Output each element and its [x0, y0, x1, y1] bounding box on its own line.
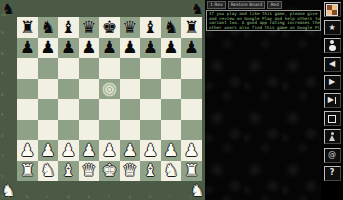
- white-bishop: ♝: [61, 162, 76, 179]
- white-rook: ♜: [20, 162, 35, 179]
- white-pawn: ♟: [163, 142, 178, 159]
- black-bishop: ♝: [61, 19, 76, 36]
- side-panel: 1 Rev Restore Board Red If you play and …: [205, 0, 321, 200]
- step-back-button[interactable]: ◀: [324, 57, 341, 72]
- white-pawn: ♟: [61, 142, 76, 159]
- contact-button[interactable]: @: [324, 148, 341, 163]
- white-knight: ♞: [190, 183, 204, 199]
- white-pawn: ♟: [143, 142, 158, 159]
- board-grid: ♞♞♜♞♝♛♚♛♝♞♜♟♟♟♟♟♟♟♟♟♟♟♟♟♟♟♟♟♟♜♞♝♛♚♛♝♞♜♞♞: [0, 0, 205, 200]
- black-knight: ♞: [40, 19, 55, 36]
- black-pawn: ♟: [20, 39, 35, 56]
- square[interactable]: [161, 79, 182, 100]
- black-pawn: ♟: [40, 39, 55, 56]
- square[interactable]: ♟: [120, 38, 141, 59]
- square[interactable]: ♛: [79, 17, 100, 38]
- square[interactable]: ♝: [140, 161, 161, 182]
- square[interactable]: [140, 120, 161, 141]
- square[interactable]: [17, 120, 38, 141]
- board-view-button[interactable]: [324, 2, 341, 17]
- square[interactable]: ♛: [79, 161, 100, 182]
- stop-button[interactable]: [324, 111, 341, 126]
- square[interactable]: [99, 58, 120, 79]
- square[interactable]: ♞: [38, 17, 59, 38]
- rank-label: 10: [1, 13, 6, 17]
- rank-label: 3: [1, 154, 4, 158]
- square[interactable]: [161, 0, 182, 17]
- square[interactable]: [38, 79, 59, 100]
- black-pawn: ♟: [102, 39, 117, 56]
- square[interactable]: [140, 79, 161, 100]
- square[interactable]: ♛: [120, 17, 141, 38]
- square[interactable]: [79, 79, 100, 100]
- black-pawn: ♟: [81, 39, 96, 56]
- square[interactable]: [79, 99, 100, 120]
- white-pawn: ♟: [20, 142, 35, 159]
- black-rook: ♜: [184, 19, 199, 36]
- favorite-button[interactable]: ★: [324, 20, 341, 35]
- white-pawn: ♟: [184, 142, 199, 159]
- black-bishop: ♝: [143, 19, 158, 36]
- file-label: c: [47, 195, 49, 199]
- square[interactable]: [161, 99, 182, 120]
- square[interactable]: ♜: [17, 161, 38, 182]
- square[interactable]: [38, 99, 59, 120]
- square[interactable]: ♟: [181, 38, 202, 59]
- square[interactable]: [120, 58, 141, 79]
- file-label: h: [149, 195, 152, 199]
- square[interactable]: ♟: [181, 140, 202, 161]
- pieces-button[interactable]: [324, 38, 341, 53]
- square[interactable]: ♟: [17, 38, 38, 59]
- arrow-right-icon: ▶: [329, 78, 335, 86]
- rank-label: 1: [1, 195, 4, 199]
- square[interactable]: [181, 58, 202, 79]
- toolbar-button-restore-board[interactable]: Restore Board: [228, 1, 266, 9]
- white-queen: ♛: [81, 162, 96, 179]
- square[interactable]: ♝: [58, 17, 79, 38]
- white-knight: ♞: [163, 162, 178, 179]
- square[interactable]: [181, 120, 202, 141]
- square[interactable]: ♟: [140, 38, 161, 59]
- toolbar-button-red[interactable]: Red: [267, 1, 282, 9]
- help-button[interactable]: ?: [324, 166, 341, 181]
- square[interactable]: [79, 0, 100, 17]
- player-button[interactable]: [324, 129, 341, 144]
- file-label: b: [26, 195, 29, 199]
- square[interactable]: [99, 120, 120, 141]
- square[interactable]: [140, 58, 161, 79]
- mini-chessboard-icon: [326, 4, 338, 16]
- message-line: other users also find this game on Googl…: [209, 26, 319, 31]
- star-icon: ★: [328, 24, 335, 32]
- white-pawn: ♟: [122, 142, 137, 159]
- square[interactable]: ♟: [161, 38, 182, 59]
- square[interactable]: [17, 79, 38, 100]
- square[interactable]: [38, 58, 59, 79]
- black-king: ♚: [102, 19, 117, 36]
- white-pawn: ♟: [40, 142, 55, 159]
- square[interactable]: ♟: [58, 38, 79, 59]
- white-queen: ♛: [122, 162, 137, 179]
- black-pawn: ♟: [143, 39, 158, 56]
- square[interactable]: [58, 99, 79, 120]
- rank-label: 2: [1, 175, 4, 179]
- square[interactable]: [79, 58, 100, 79]
- square[interactable]: ♟: [38, 38, 59, 59]
- square[interactable]: [58, 58, 79, 79]
- square[interactable]: [161, 120, 182, 141]
- toolbar-button-rev[interactable]: 1 Rev: [207, 1, 226, 9]
- square[interactable]: [38, 120, 59, 141]
- black-queen: ♛: [122, 19, 137, 36]
- square[interactable]: ♟: [38, 140, 59, 161]
- square[interactable]: [79, 120, 100, 141]
- square[interactable]: ♟: [99, 38, 120, 59]
- square[interactable]: ♚: [99, 17, 120, 38]
- file-label: d: [67, 195, 70, 199]
- file-label: a: [7, 195, 9, 199]
- square[interactable]: ♟: [120, 140, 141, 161]
- square[interactable]: [58, 0, 79, 17]
- square[interactable]: ♝: [140, 17, 161, 38]
- stacked-discs-icon: [328, 40, 336, 51]
- chess-board: ♞♞♜♞♝♛♚♛♝♞♜♟♟♟♟♟♟♟♟♟♟♟♟♟♟♟♟♟♟♜♞♝♛♚♛♝♞♜♞♞…: [0, 0, 205, 200]
- square[interactable]: [99, 0, 120, 17]
- rank-label: 4: [1, 134, 4, 138]
- rank-label: 9: [1, 31, 4, 35]
- square[interactable]: [58, 120, 79, 141]
- square[interactable]: [120, 99, 141, 120]
- square[interactable]: [38, 0, 59, 17]
- side-toolbar: ★ ◀ ▶ ▶ @ ?: [321, 0, 343, 200]
- square[interactable]: [99, 99, 120, 120]
- square[interactable]: [17, 0, 38, 17]
- black-pawn: ♟: [122, 39, 137, 56]
- square[interactable]: ♟: [58, 140, 79, 161]
- square[interactable]: [181, 99, 202, 120]
- message-box: If you play and like this game, please g…: [206, 10, 321, 31]
- rank-label: 8: [1, 52, 4, 56]
- stop-square-icon: [328, 115, 336, 123]
- square[interactable]: ♟: [140, 140, 161, 161]
- square[interactable]: ♜: [181, 17, 202, 38]
- square[interactable]: ♚: [99, 161, 120, 182]
- file-label: f: [108, 195, 109, 199]
- black-knight: ♞: [163, 19, 178, 36]
- white-king: ♚: [102, 162, 117, 179]
- black-queen: ♛: [81, 19, 96, 36]
- at-sign-icon: @: [328, 151, 336, 159]
- black-rook: ♜: [20, 19, 35, 36]
- white-rook: ♜: [184, 162, 199, 179]
- square[interactable]: ♞: [161, 161, 182, 182]
- square[interactable]: ♟: [79, 38, 100, 59]
- square[interactable]: ♜: [181, 161, 202, 182]
- square[interactable]: [17, 99, 38, 120]
- person-icon: [328, 132, 336, 142]
- square[interactable]: ♛: [120, 161, 141, 182]
- square[interactable]: [58, 79, 79, 100]
- black-pawn: ♟: [61, 39, 76, 56]
- arrow-left-icon: ◀: [329, 60, 335, 68]
- step-forward-button[interactable]: ▶: [324, 75, 341, 90]
- square[interactable]: ♞: [38, 161, 59, 182]
- square[interactable]: ♟: [17, 140, 38, 161]
- play-to-end-button[interactable]: ▶: [324, 93, 341, 108]
- square[interactable]: [120, 79, 141, 100]
- file-label: i: [170, 195, 171, 199]
- question-mark-icon: ?: [330, 169, 335, 177]
- file-label: g: [129, 195, 132, 199]
- white-bishop: ♝: [143, 162, 158, 179]
- file-label: e: [88, 195, 90, 199]
- square[interactable]: ♝: [58, 161, 79, 182]
- square[interactable]: [161, 181, 182, 200]
- white-knight: ♞: [40, 162, 55, 179]
- chess-app-window: ♞♞♜♞♝♛♚♛♝♞♜♟♟♟♟♟♟♟♟♟♟♟♟♟♟♟♟♟♟♜♞♝♛♚♛♝♞♜♞♞…: [0, 0, 343, 200]
- rank-label: 5: [1, 113, 4, 117]
- black-pawn: ♟: [163, 39, 178, 56]
- file-label: j: [190, 195, 191, 199]
- square[interactable]: ♟: [161, 140, 182, 161]
- square[interactable]: ♟: [99, 140, 120, 161]
- rank-label: 6: [1, 93, 4, 97]
- black-pawn: ♟: [184, 39, 199, 56]
- square[interactable]: [181, 79, 202, 100]
- rank-label: 7: [1, 72, 4, 76]
- center-rosette-ornament: [102, 82, 117, 97]
- square[interactable]: ♞: [161, 17, 182, 38]
- white-pawn: ♟: [81, 142, 96, 159]
- play-with-bar-icon: ▶: [328, 96, 337, 104]
- panel-toolbar: 1 Rev Restore Board Red: [207, 1, 282, 9]
- square[interactable]: [161, 58, 182, 79]
- square[interactable]: [17, 58, 38, 79]
- black-knight: ♞: [190, 1, 204, 17]
- square[interactable]: [99, 79, 120, 100]
- square[interactable]: [140, 0, 161, 17]
- square[interactable]: ♟: [79, 140, 100, 161]
- white-pawn: ♟: [102, 142, 117, 159]
- square[interactable]: [120, 120, 141, 141]
- square[interactable]: [120, 0, 141, 17]
- square[interactable]: ♜: [17, 17, 38, 38]
- square[interactable]: [140, 99, 161, 120]
